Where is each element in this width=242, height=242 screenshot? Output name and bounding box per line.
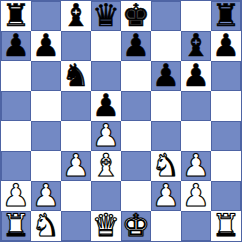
- square-e1[interactable]: ♚: [121, 211, 151, 241]
- black-knight[interactable]: ♞: [62, 60, 90, 90]
- black-queen[interactable]: ♛: [92, 0, 120, 30]
- black-pawn[interactable]: ♟: [182, 60, 210, 90]
- square-b5[interactable]: [31, 91, 61, 121]
- white-pawn[interactable]: ♟: [182, 180, 210, 210]
- square-c1[interactable]: [61, 211, 91, 241]
- black-bishop[interactable]: ♝: [62, 0, 90, 30]
- square-f8[interactable]: [151, 1, 181, 31]
- square-h7[interactable]: ♟: [211, 31, 241, 61]
- square-a5[interactable]: [1, 91, 31, 121]
- black-pawn[interactable]: ♟: [152, 60, 180, 90]
- square-d3[interactable]: ♝: [91, 151, 121, 181]
- square-h3[interactable]: [211, 151, 241, 181]
- square-b7[interactable]: ♟: [31, 31, 61, 61]
- square-g6[interactable]: ♟: [181, 61, 211, 91]
- square-c8[interactable]: ♝: [61, 1, 91, 31]
- black-pawn[interactable]: ♟: [2, 30, 30, 60]
- white-knight[interactable]: ♞: [32, 210, 60, 240]
- white-king[interactable]: ♚: [122, 210, 150, 240]
- square-a4[interactable]: [1, 121, 31, 151]
- square-c5[interactable]: [61, 91, 91, 121]
- square-d7[interactable]: [91, 31, 121, 61]
- chess-board: ♜♝♛♚♜♟♟♟♝♟♞♟♟♟♟♟♝♞♟♟♟♟♟♜♞♛♚♜: [0, 0, 242, 242]
- square-f1[interactable]: [151, 211, 181, 241]
- square-e6[interactable]: [121, 61, 151, 91]
- black-pawn[interactable]: ♟: [32, 30, 60, 60]
- square-d1[interactable]: ♛: [91, 211, 121, 241]
- square-d8[interactable]: ♛: [91, 1, 121, 31]
- square-e5[interactable]: [121, 91, 151, 121]
- square-f2[interactable]: ♟: [151, 181, 181, 211]
- square-c3[interactable]: ♟: [61, 151, 91, 181]
- square-f5[interactable]: [151, 91, 181, 121]
- white-queen[interactable]: ♛: [92, 210, 120, 240]
- square-c6[interactable]: ♞: [61, 61, 91, 91]
- black-rook[interactable]: ♜: [212, 0, 240, 30]
- square-g5[interactable]: [181, 91, 211, 121]
- square-b6[interactable]: [31, 61, 61, 91]
- square-b1[interactable]: ♞: [31, 211, 61, 241]
- square-c2[interactable]: [61, 181, 91, 211]
- square-h1[interactable]: ♜: [211, 211, 241, 241]
- white-knight[interactable]: ♞: [152, 150, 180, 180]
- black-king[interactable]: ♚: [122, 0, 150, 30]
- square-e7[interactable]: ♟: [121, 31, 151, 61]
- black-pawn[interactable]: ♟: [92, 90, 120, 120]
- square-b4[interactable]: [31, 121, 61, 151]
- square-e3[interactable]: [121, 151, 151, 181]
- white-pawn[interactable]: ♟: [2, 180, 30, 210]
- square-g2[interactable]: ♟: [181, 181, 211, 211]
- white-bishop[interactable]: ♝: [92, 150, 120, 180]
- square-f6[interactable]: ♟: [151, 61, 181, 91]
- white-pawn[interactable]: ♟: [182, 150, 210, 180]
- black-bishop[interactable]: ♝: [182, 30, 210, 60]
- white-rook[interactable]: ♜: [212, 210, 240, 240]
- square-e4[interactable]: [121, 121, 151, 151]
- white-pawn[interactable]: ♟: [32, 180, 60, 210]
- white-pawn[interactable]: ♟: [92, 120, 120, 150]
- black-rook[interactable]: ♜: [2, 0, 30, 30]
- square-h4[interactable]: [211, 121, 241, 151]
- square-a1[interactable]: ♜: [1, 211, 31, 241]
- white-pawn[interactable]: ♟: [152, 180, 180, 210]
- black-pawn[interactable]: ♟: [122, 30, 150, 60]
- square-h5[interactable]: [211, 91, 241, 121]
- white-rook[interactable]: ♜: [2, 210, 30, 240]
- square-g1[interactable]: [181, 211, 211, 241]
- square-a6[interactable]: [1, 61, 31, 91]
- square-h6[interactable]: [211, 61, 241, 91]
- black-pawn[interactable]: ♟: [212, 30, 240, 60]
- square-a7[interactable]: ♟: [1, 31, 31, 61]
- white-pawn[interactable]: ♟: [62, 150, 90, 180]
- chess-board-container: ♜♝♛♚♜♟♟♟♝♟♞♟♟♟♟♟♝♞♟♟♟♟♟♜♞♛♚♜: [0, 0, 242, 242]
